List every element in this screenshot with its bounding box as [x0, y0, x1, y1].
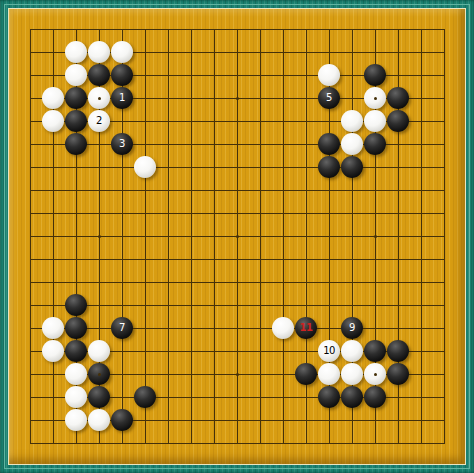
white-stone[interactable] — [42, 110, 64, 132]
star-point — [374, 97, 377, 100]
white-stone[interactable] — [88, 340, 110, 362]
black-stone[interactable] — [88, 386, 110, 408]
black-stone[interactable]: 5 — [318, 87, 340, 109]
black-stone[interactable] — [111, 409, 133, 431]
board-intersection[interactable] — [318, 363, 341, 386]
board-intersection[interactable] — [65, 409, 88, 432]
black-stone[interactable] — [387, 363, 409, 385]
move-number-label: 5 — [326, 93, 332, 103]
board-intersection[interactable] — [341, 386, 364, 409]
board-intersection[interactable] — [42, 87, 65, 110]
white-stone[interactable] — [42, 317, 64, 339]
white-stone[interactable] — [341, 110, 363, 132]
black-stone[interactable] — [65, 87, 87, 109]
black-stone[interactable] — [318, 386, 340, 408]
white-stone[interactable] — [65, 363, 87, 385]
black-stone[interactable] — [364, 133, 386, 155]
board-intersection[interactable] — [65, 110, 88, 133]
black-stone[interactable] — [295, 363, 317, 385]
board-intersection[interactable] — [341, 133, 364, 156]
board-intersection[interactable]: 10 — [318, 340, 341, 363]
board-intersection[interactable] — [341, 156, 364, 179]
black-stone[interactable] — [318, 156, 340, 178]
move-number-label: 3 — [119, 139, 125, 149]
star-point — [98, 235, 101, 238]
board-intersection[interactable] — [42, 340, 65, 363]
board-intersection[interactable] — [272, 317, 295, 340]
black-stone[interactable]: 1 — [111, 87, 133, 109]
white-stone[interactable] — [65, 64, 87, 86]
go-board-frame: 1523711910 — [0, 0, 474, 473]
board-intersection[interactable] — [88, 41, 111, 64]
white-stone[interactable] — [272, 317, 294, 339]
board-intersection[interactable]: 7 — [111, 317, 134, 340]
black-stone[interactable]: 11 — [295, 317, 317, 339]
white-stone[interactable] — [111, 41, 133, 63]
board-intersection[interactable] — [65, 294, 88, 317]
white-stone[interactable] — [65, 409, 87, 431]
board-intersection[interactable] — [364, 64, 387, 87]
board-intersection[interactable] — [88, 64, 111, 87]
white-stone[interactable] — [65, 41, 87, 63]
star-point — [374, 235, 377, 238]
black-stone[interactable] — [65, 340, 87, 362]
board-intersection[interactable]: 5 — [318, 87, 341, 110]
white-stone[interactable] — [88, 409, 110, 431]
black-stone[interactable] — [65, 317, 87, 339]
board-intersection[interactable] — [387, 110, 410, 133]
white-stone[interactable] — [341, 133, 363, 155]
board-intersection[interactable] — [42, 110, 65, 133]
board-intersection[interactable]: 9 — [341, 317, 364, 340]
black-stone[interactable] — [364, 64, 386, 86]
black-stone[interactable] — [387, 110, 409, 132]
board-intersection[interactable] — [318, 64, 341, 87]
board-grid[interactable]: 1523711910 — [30, 29, 445, 444]
star-point — [236, 97, 239, 100]
move-number-label: 2 — [96, 116, 102, 126]
board-intersection[interactable]: 2 — [88, 110, 111, 133]
white-stone[interactable] — [65, 386, 87, 408]
move-number-label: 9 — [349, 323, 355, 333]
black-stone[interactable] — [111, 64, 133, 86]
black-stone[interactable] — [134, 386, 156, 408]
black-stone[interactable] — [364, 386, 386, 408]
board-intersection[interactable] — [65, 87, 88, 110]
black-stone[interactable] — [65, 110, 87, 132]
board-intersection[interactable] — [387, 87, 410, 110]
star-point — [236, 373, 239, 376]
board-intersection[interactable] — [364, 110, 387, 133]
black-stone[interactable] — [387, 87, 409, 109]
board-intersection[interactable] — [88, 409, 111, 432]
move-number-label: 1 — [119, 93, 125, 103]
move-number-label: 11 — [300, 323, 313, 333]
board-intersection[interactable] — [387, 340, 410, 363]
board-intersection[interactable] — [65, 363, 88, 386]
board-intersection[interactable] — [88, 340, 111, 363]
white-stone[interactable] — [318, 64, 340, 86]
board-intersection[interactable]: 3 — [111, 133, 134, 156]
board-intersection[interactable]: 11 — [295, 317, 318, 340]
star-point — [98, 97, 101, 100]
board-intersection[interactable] — [318, 133, 341, 156]
black-stone[interactable]: 3 — [111, 133, 133, 155]
black-stone[interactable] — [88, 64, 110, 86]
board-intersection[interactable] — [364, 340, 387, 363]
move-number-label: 7 — [119, 323, 125, 333]
white-stone[interactable] — [134, 156, 156, 178]
black-stone[interactable] — [364, 340, 386, 362]
board-intersection[interactable] — [111, 409, 134, 432]
white-stone[interactable] — [318, 363, 340, 385]
board-intersection[interactable] — [364, 386, 387, 409]
white-stone[interactable]: 2 — [88, 110, 110, 132]
board-intersection[interactable]: 1 — [111, 87, 134, 110]
white-stone[interactable]: 10 — [318, 340, 340, 362]
board-intersection[interactable] — [134, 156, 157, 179]
white-stone[interactable] — [42, 87, 64, 109]
board-intersection[interactable] — [111, 64, 134, 87]
black-stone[interactable] — [341, 386, 363, 408]
black-stone[interactable]: 9 — [341, 317, 363, 339]
white-stone[interactable] — [88, 41, 110, 63]
board-intersection[interactable] — [65, 386, 88, 409]
white-stone[interactable] — [42, 340, 64, 362]
board-intersection[interactable] — [65, 340, 88, 363]
board-intersection[interactable] — [111, 41, 134, 64]
board-intersection[interactable] — [134, 386, 157, 409]
board-intersection[interactable] — [341, 340, 364, 363]
board-intersection[interactable] — [65, 41, 88, 64]
board-intersection[interactable] — [341, 110, 364, 133]
board-intersection[interactable] — [318, 386, 341, 409]
black-stone[interactable] — [387, 340, 409, 362]
white-stone[interactable] — [341, 340, 363, 362]
white-stone[interactable] — [364, 110, 386, 132]
star-point — [374, 373, 377, 376]
board-intersection[interactable] — [65, 133, 88, 156]
board-intersection[interactable] — [387, 363, 410, 386]
black-stone[interactable]: 7 — [111, 317, 133, 339]
board-intersection[interactable] — [65, 64, 88, 87]
black-stone[interactable] — [65, 133, 87, 155]
black-stone[interactable] — [341, 156, 363, 178]
board-intersection[interactable] — [42, 317, 65, 340]
white-stone[interactable] — [341, 363, 363, 385]
star-point — [236, 235, 239, 238]
star-point — [98, 373, 101, 376]
board-intersection[interactable] — [318, 156, 341, 179]
move-number-label: 10 — [323, 346, 335, 356]
board-intersection[interactable] — [341, 363, 364, 386]
board-intersection[interactable] — [88, 386, 111, 409]
board-intersection[interactable] — [295, 363, 318, 386]
board-intersection[interactable] — [65, 317, 88, 340]
black-stone[interactable] — [318, 133, 340, 155]
black-stone[interactable] — [65, 294, 87, 316]
board-intersection[interactable] — [364, 133, 387, 156]
